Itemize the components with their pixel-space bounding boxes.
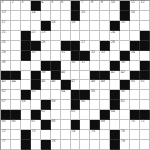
cell-r10c10[interactable]: 55 [90,90,100,100]
cell-r10c7[interactable]: 54 [61,90,71,100]
cell-r5c13[interactable] [120,41,130,51]
clue-number: 69 [101,120,105,124]
cell-r2c14[interactable]: 16 [130,11,140,21]
cell-r11c15[interactable] [140,100,150,110]
clue-number: 73 [31,130,35,134]
black-cell-r14c3 [21,130,31,140]
clue-number: 48 [91,80,95,84]
cell-r11c11[interactable] [100,100,110,110]
cell-r7c4[interactable] [31,61,41,71]
cell-r1c2[interactable]: 2 [11,1,21,11]
clue-number: 24 [111,31,115,35]
cell-r2c5[interactable] [41,11,51,21]
black-cell-r14c12 [110,130,120,140]
black-cell-r5c3 [21,41,31,51]
cell-r9c5[interactable]: 45 [41,80,51,90]
black-cell-r5c8 [71,41,81,51]
clue-number: 31 [61,51,65,55]
clue-number: 54 [61,90,65,94]
cell-r4c6[interactable] [51,31,61,41]
cell-r12c3[interactable] [21,110,31,120]
clue-number: 20 [121,21,125,25]
cell-r15c2[interactable] [11,140,21,150]
cell-r1c7[interactable]: 6 [61,1,71,11]
clue-number: 59 [51,100,55,104]
cell-r14c5[interactable] [41,130,51,140]
cell-r11c4[interactable] [31,100,41,110]
cell-r1c15[interactable]: 12 [140,1,150,11]
cell-r2c12[interactable] [110,11,120,21]
clue-number: 51 [141,80,145,84]
cell-r7c10[interactable] [90,61,100,71]
clue-number: 78 [51,140,55,144]
cell-r2c15[interactable] [140,11,150,21]
cell-r11c7[interactable] [61,100,71,110]
clue-number: 58 [21,100,25,104]
cell-r13c14[interactable]: 70 [130,120,140,130]
clue-number: 4 [41,1,43,5]
cell-r6c6[interactable] [51,51,61,61]
cell-r15c8[interactable] [71,140,81,150]
cell-r15c7[interactable] [61,140,71,150]
cell-r10c4[interactable]: 53 [31,90,41,100]
cell-r6c4[interactable]: 30 [31,51,41,61]
cell-r9c3[interactable] [21,80,31,90]
cell-r3c3[interactable] [21,21,31,31]
black-cell-r6c3 [21,51,31,61]
cell-r14c15[interactable] [140,130,150,140]
clue-number: 27 [81,41,85,45]
cell-r1c10[interactable]: 8 [90,1,100,11]
cell-r12c10[interactable] [90,110,100,120]
cell-r14c9[interactable] [80,130,90,140]
clue-number: 3 [21,1,23,5]
black-cell-r4c3 [21,31,31,41]
clue-number: 18 [51,21,55,25]
cell-r4c11[interactable] [100,31,110,41]
cell-r12c13[interactable] [120,110,130,120]
cell-r7c9[interactable]: 37 [80,61,90,71]
cell-r12c7[interactable] [61,110,71,120]
clue-number: 49 [101,80,105,84]
clue-number: 55 [91,90,95,94]
cell-r7c11[interactable] [100,61,110,71]
cell-r14c7[interactable] [61,130,71,140]
cell-r11c10[interactable] [90,100,100,110]
clue-number: 42 [121,71,125,75]
cell-r11c6[interactable]: 59 [51,100,61,110]
cell-r4c4[interactable]: 22 [31,31,41,41]
cell-r15c4[interactable] [31,140,41,150]
cell-r3c8[interactable]: 19 [71,21,81,31]
clue-number: 64 [111,110,115,114]
clue-number: 75 [91,130,95,134]
clue-number: 39 [41,71,45,75]
cell-r2c10[interactable] [90,11,100,21]
clue-number: 6 [61,1,63,5]
cell-r15c1[interactable]: 77 [1,140,11,150]
black-cell-r15c3 [21,140,31,150]
cell-r11c9[interactable]: 60 [80,100,90,110]
cell-r13c11[interactable]: 69 [100,120,110,130]
clue-number: 17 [2,21,6,25]
cell-r5c9[interactable]: 27 [80,41,90,51]
cell-r9c12[interactable] [110,80,120,90]
cell-r11c13[interactable]: 61 [120,100,130,110]
black-cell-r15c12 [110,140,120,150]
clue-number: 16 [131,11,135,15]
cell-r14c4[interactable]: 73 [31,130,41,140]
clue-number: 2 [11,1,13,5]
clue-number: 21 [2,31,6,35]
clue-number: 52 [2,90,6,94]
clue-number: 5 [51,1,53,5]
clue-number: 70 [131,120,135,124]
clue-number: 25 [2,41,6,45]
clue-number: 14 [31,11,35,15]
cell-r8c9[interactable] [80,71,90,81]
cell-r9c6[interactable]: 46 [51,80,61,90]
cell-r8c12[interactable]: 41 [110,71,120,81]
cell-r13c12[interactable] [110,120,120,130]
clue-number: 66 [11,120,15,124]
clue-number: 12 [141,1,145,5]
cell-r13c3[interactable] [21,120,31,130]
cell-r10c15[interactable] [140,90,150,100]
cell-r6c14[interactable]: 34 [130,51,140,61]
black-cell-r4c15 [140,31,150,41]
clue-number: 46 [51,80,55,84]
cell-r12c12[interactable]: 64 [110,110,120,120]
clue-number: 43 [2,80,6,84]
clue-number: 29 [2,51,6,55]
cell-r6c15[interactable] [140,51,150,61]
cell-r3c11[interactable] [100,21,110,31]
black-cell-r15c5 [41,140,51,150]
cell-r7c2[interactable] [11,61,21,71]
cell-r3c9[interactable] [80,21,90,31]
clue-number: 72 [2,130,6,134]
cell-r9c11[interactable]: 49 [100,80,110,90]
cell-r9c14[interactable]: 50 [130,80,140,90]
clue-number: 45 [41,80,45,84]
cell-r7c3[interactable] [21,61,31,71]
cell-r11c1[interactable]: 57 [1,100,11,110]
cell-r9c15[interactable]: 51 [140,80,150,90]
cell-r15c9[interactable] [80,140,90,150]
cell-r3c2[interactable] [11,21,21,31]
cell-r10c5[interactable] [41,90,51,100]
cell-r15c6[interactable]: 78 [51,140,61,150]
clue-number: 7 [81,1,83,5]
cell-r1c3[interactable]: 3 [21,1,31,11]
clue-number: 36 [71,61,75,65]
cell-r6c10[interactable]: 32 [90,51,100,61]
cell-r10c14[interactable] [130,90,140,100]
cell-r1c11[interactable]: 9 [100,1,110,11]
cell-r15c11[interactable] [100,140,110,150]
cell-r2c2[interactable] [11,11,21,21]
cell-r2c7[interactable] [61,11,71,21]
cell-r9c9[interactable] [80,80,90,90]
cell-r4c8[interactable] [71,31,81,41]
cell-r15c10[interactable] [90,140,100,150]
cell-r4c7[interactable] [61,31,71,41]
cell-r12c8[interactable]: 63 [71,110,81,120]
clue-number: 63 [71,110,75,114]
cell-r5c12[interactable]: 28 [110,41,120,51]
clue-number: 76 [121,130,125,134]
clue-number: 38 [121,61,125,65]
clue-number: 68 [51,120,55,124]
cell-r3c7[interactable] [61,21,71,31]
cell-r4c10[interactable] [90,31,100,41]
cell-r13c6[interactable]: 68 [51,120,61,130]
cell-r14c11[interactable] [100,130,110,140]
cell-r11c2[interactable] [11,100,21,110]
cell-r4c2[interactable] [11,31,21,41]
cell-r2c9[interactable]: 15 [80,11,90,21]
black-cell-r1c8 [71,1,81,11]
cell-r15c15[interactable] [140,140,150,150]
cell-r6c12[interactable] [110,51,120,61]
cell-r13c2[interactable]: 66 [11,120,21,130]
cell-r11c14[interactable] [130,100,140,110]
cell-r6c11[interactable]: 33 [100,51,110,61]
cell-r2c3[interactable] [21,11,31,21]
clue-number: 79 [121,140,125,144]
crossword-grid: 1234567891011121314151617181920212223242… [0,0,150,150]
clue-number: 8 [91,1,93,5]
clue-number: 13 [2,11,6,15]
clue-number: 53 [31,90,35,94]
black-cell-r1c13 [120,1,130,11]
cell-r5c2[interactable] [11,41,21,51]
cell-r15c13[interactable]: 79 [120,140,130,150]
clue-number: 60 [81,100,85,104]
clue-number: 23 [41,31,45,35]
cell-r13c9[interactable] [80,120,90,130]
clue-number: 33 [101,51,105,55]
clue-number: 26 [41,41,45,45]
clue-number: 57 [2,100,6,104]
cell-r14c14[interactable] [130,130,140,140]
clue-number: 34 [131,51,135,55]
cell-r9c2[interactable]: 44 [11,80,21,90]
black-cell-r5c15 [140,41,150,51]
clue-number: 61 [121,100,125,104]
clue-number: 22 [31,31,35,35]
black-cell-r7c6 [51,61,61,71]
clue-number: 56 [121,90,125,94]
clue-number: 15 [81,11,85,15]
cell-r13c15[interactable]: 71 [140,120,150,130]
cell-r1c6[interactable]: 5 [51,1,61,11]
cell-r7c1[interactable]: 35 [1,61,11,71]
black-cell-r13c5 [41,120,51,130]
cell-r3c6[interactable]: 18 [51,21,61,31]
cell-r7c14[interactable] [130,61,140,71]
clue-number: 1 [2,1,4,5]
cell-r2c4[interactable]: 14 [31,11,41,21]
clue-number: 35 [2,61,6,65]
clue-number: 11 [131,1,135,5]
cell-r9c8[interactable]: 47 [71,80,81,90]
cell-r6c7[interactable]: 31 [61,51,71,61]
cell-r12c9[interactable] [80,110,90,120]
cell-r8c13[interactable]: 42 [120,71,130,81]
cell-r14c2[interactable] [11,130,21,140]
cell-r3c14[interactable] [130,21,140,31]
clue-number: 32 [91,51,95,55]
cell-r11c3[interactable]: 58 [21,100,31,110]
cell-r10c2[interactable] [11,90,21,100]
black-cell-r10c8 [71,90,81,100]
clue-number: 77 [2,140,6,144]
cell-r8c7[interactable]: 40 [61,71,71,81]
black-cell-r10c12 [110,90,120,100]
clue-number: 47 [71,80,75,84]
cell-r14c8[interactable]: 74 [71,130,81,140]
cell-r6c5[interactable] [41,51,51,61]
cell-r10c11[interactable] [100,90,110,100]
clue-number: 9 [101,1,103,5]
cell-r3c10[interactable] [90,21,100,31]
cell-r12c5[interactable]: 62 [41,110,51,120]
clue-number: 44 [11,80,15,84]
clue-number: 74 [71,130,75,134]
cell-r4c13[interactable] [120,31,130,41]
cell-r4c14[interactable] [130,31,140,41]
cell-r3c13[interactable]: 20 [120,21,130,31]
cell-r3c15[interactable] [140,21,150,31]
cell-r2c11[interactable] [100,11,110,21]
cell-r5c6[interactable] [51,41,61,51]
cell-r13c7[interactable] [61,120,71,130]
cell-r1c12[interactable]: 10 [110,1,120,11]
cell-r14c10[interactable]: 75 [90,130,100,140]
clue-number: 28 [111,41,115,45]
cell-r8c3[interactable] [21,71,31,81]
clue-number: 30 [31,51,35,55]
clue-number: 19 [71,21,75,25]
clue-number: 40 [61,71,65,75]
cell-r1c5[interactable]: 4 [41,1,51,11]
clue-number: 67 [31,120,35,124]
black-cell-r8c4 [31,71,41,81]
clue-number: 37 [81,61,85,65]
clue-number: 62 [41,110,45,114]
clue-number: 10 [111,1,115,5]
black-cell-r7c15 [140,61,150,71]
clue-number: 41 [111,71,115,75]
clue-number: 65 [2,120,6,124]
cell-r6c2[interactable] [11,51,21,61]
cell-r5c5[interactable]: 26 [41,41,51,51]
clue-number: 50 [131,80,135,84]
cell-r15c14[interactable] [130,140,140,150]
clue-number: 71 [141,120,145,124]
cell-r7c8[interactable]: 36 [71,61,81,71]
